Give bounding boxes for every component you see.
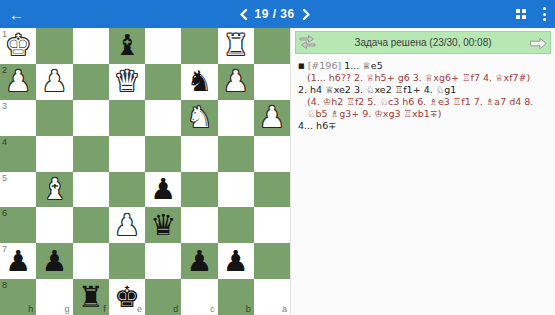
square-g4[interactable] bbox=[36, 136, 72, 172]
square-e3[interactable] bbox=[109, 100, 145, 136]
square-e1[interactable]: ♝ bbox=[109, 28, 145, 64]
white-bishop-g5: ♝ bbox=[36, 172, 72, 208]
move-text: 2. h4 ♕xe2 3. ♘xe2 ♖f1+ 4. ♘g1 bbox=[298, 84, 456, 95]
square-c7[interactable]: ♟ bbox=[181, 243, 217, 279]
square-c2[interactable]: ♞ bbox=[181, 64, 217, 100]
square-d1[interactable] bbox=[145, 28, 181, 64]
square-g3[interactable] bbox=[36, 100, 72, 136]
square-b5[interactable] bbox=[218, 172, 254, 208]
square-d6[interactable]: ♛ bbox=[145, 207, 181, 243]
square-b4[interactable] bbox=[218, 136, 254, 172]
move-notation-list: ■[#196]1... ♕e5(1... h6?? 2. ♕h5+ g6 3. … bbox=[291, 54, 555, 132]
top-app-bar: ← 19 / 36 bbox=[0, 0, 555, 28]
square-h8[interactable]: 8h bbox=[0, 279, 36, 315]
white-queen-e2: ♛ bbox=[109, 64, 145, 100]
square-a8[interactable]: a bbox=[254, 279, 290, 315]
black-pawn-b7: ♟ bbox=[218, 243, 254, 279]
square-g2[interactable]: ♟ bbox=[36, 64, 72, 100]
square-e6[interactable]: ♟ bbox=[109, 207, 145, 243]
square-a1[interactable] bbox=[254, 28, 290, 64]
square-d5[interactable]: ♟ bbox=[145, 172, 181, 208]
back-button[interactable]: ← bbox=[9, 0, 24, 28]
square-a6[interactable] bbox=[254, 207, 290, 243]
move-text: 4... h6∓ bbox=[298, 120, 336, 131]
square-f2[interactable] bbox=[73, 64, 109, 100]
square-a2[interactable] bbox=[254, 64, 290, 100]
chess-board: 1♚♝♜2♟♟♛♞♟3♞♟45♝♟6♟♛7♟♟♟♟8hgf♜e♚dcba bbox=[0, 28, 290, 315]
black-pawn-h7: ♟ bbox=[0, 243, 36, 279]
square-g7[interactable]: ♟ bbox=[36, 243, 72, 279]
square-b2[interactable]: ♟ bbox=[218, 64, 254, 100]
black-pawn-c7: ♟ bbox=[181, 243, 217, 279]
square-a5[interactable] bbox=[254, 172, 290, 208]
swap-sides-icon[interactable] bbox=[299, 35, 316, 54]
move-text: (4. ♔h2 ♖f2 5. ♘c3 h6 6. ♗e3 ♖f1 7. ♗a7 … bbox=[307, 96, 533, 119]
square-c1[interactable] bbox=[181, 28, 217, 64]
analysis-panel: Задача решена (23/30, 00:08) ■[#196]1...… bbox=[290, 28, 555, 315]
overflow-menu-icon[interactable] bbox=[540, 5, 549, 23]
puzzle-id-tag: [#196] bbox=[308, 60, 342, 71]
move-text: (1... h6?? 2. ♕h5+ g6 3. ♕xg6+ ♖f7 4. ♕x… bbox=[307, 72, 530, 83]
square-c6[interactable] bbox=[181, 207, 217, 243]
square-a7[interactable] bbox=[254, 243, 290, 279]
white-pawn-b2: ♟ bbox=[218, 64, 254, 100]
square-h1[interactable]: 1♚ bbox=[0, 28, 36, 64]
notation-line-1[interactable]: ■[#196]1... ♕e5 bbox=[298, 60, 549, 72]
square-e7[interactable] bbox=[109, 243, 145, 279]
file-label-a: a bbox=[282, 304, 287, 314]
square-h7[interactable]: 7♟ bbox=[0, 243, 36, 279]
file-label-d: d bbox=[173, 304, 178, 314]
square-c8[interactable]: c bbox=[181, 279, 217, 315]
white-pawn-e6: ♟ bbox=[109, 207, 145, 243]
move-text: 1... ♕e5 bbox=[344, 60, 383, 71]
square-h2[interactable]: 2♟ bbox=[0, 64, 36, 100]
next-task-arrow-icon[interactable] bbox=[529, 36, 547, 54]
chevron-left-icon bbox=[239, 9, 248, 20]
notation-line-3[interactable]: 2. h4 ♕xe2 3. ♘xe2 ♖f1+ 4. ♘g1 bbox=[298, 84, 549, 96]
black-pawn-g7: ♟ bbox=[36, 243, 72, 279]
square-b1[interactable]: ♜ bbox=[218, 28, 254, 64]
square-e8[interactable]: e♚ bbox=[109, 279, 145, 315]
square-b3[interactable] bbox=[218, 100, 254, 136]
rank-label-4: 4 bbox=[2, 137, 7, 147]
black-queen-d6: ♛ bbox=[145, 207, 181, 243]
file-label-c: c bbox=[210, 304, 215, 314]
square-f8[interactable]: f♜ bbox=[73, 279, 109, 315]
square-d2[interactable] bbox=[145, 64, 181, 100]
square-f6[interactable] bbox=[73, 207, 109, 243]
square-d7[interactable] bbox=[145, 243, 181, 279]
white-pawn-h2: ♟ bbox=[0, 64, 36, 100]
square-e5[interactable] bbox=[109, 172, 145, 208]
square-c3[interactable]: ♞ bbox=[181, 100, 217, 136]
square-b6[interactable] bbox=[218, 207, 254, 243]
square-c5[interactable] bbox=[181, 172, 217, 208]
black-knight-c2: ♞ bbox=[181, 64, 217, 100]
puzzle-list-grid-icon[interactable] bbox=[516, 9, 526, 19]
black-rook-f8: ♜ bbox=[73, 279, 109, 315]
square-e4[interactable] bbox=[109, 136, 145, 172]
puzzle-counter: 19 / 36 bbox=[255, 7, 295, 21]
status-bar: Задача решена (23/30, 00:08) bbox=[295, 31, 551, 54]
back-arrow-icon: ← bbox=[9, 6, 24, 23]
topbar-actions bbox=[516, 0, 549, 28]
square-g8[interactable]: g bbox=[36, 279, 72, 315]
square-g1[interactable] bbox=[36, 28, 72, 64]
square-b8[interactable]: b bbox=[218, 279, 254, 315]
square-h6[interactable]: 6 bbox=[0, 207, 36, 243]
rank-label-5: 5 bbox=[2, 173, 7, 183]
status-message: Задача решена (23/30, 00:08) bbox=[354, 37, 491, 48]
next-puzzle-button[interactable] bbox=[302, 9, 311, 20]
file-label-h: h bbox=[28, 304, 33, 314]
white-knight-c3: ♞ bbox=[181, 100, 217, 136]
previous-puzzle-button[interactable] bbox=[239, 9, 248, 20]
notation-line-4[interactable]: (4. ♔h2 ♖f2 5. ♘c3 h6 6. ♗e3 ♖f1 7. ♗a7 … bbox=[298, 96, 549, 120]
square-h3[interactable]: 3 bbox=[0, 100, 36, 136]
square-f4[interactable] bbox=[73, 136, 109, 172]
square-h4[interactable]: 4 bbox=[0, 136, 36, 172]
white-rook-b1: ♜ bbox=[218, 28, 254, 64]
white-pawn-a3: ♟ bbox=[254, 100, 290, 136]
square-a4[interactable] bbox=[254, 136, 290, 172]
black-bishop-e1: ♝ bbox=[109, 28, 145, 64]
square-g5[interactable]: ♝ bbox=[36, 172, 72, 208]
square-g6[interactable] bbox=[36, 207, 72, 243]
square-f3[interactable] bbox=[73, 100, 109, 136]
square-f5[interactable] bbox=[73, 172, 109, 208]
rank-label-8: 8 bbox=[2, 280, 7, 290]
square-a3[interactable]: ♟ bbox=[254, 100, 290, 136]
puzzle-pager: 19 / 36 bbox=[239, 0, 311, 28]
move-bullet: ■ bbox=[298, 62, 305, 70]
square-e2[interactable]: ♛ bbox=[109, 64, 145, 100]
square-f1[interactable] bbox=[73, 28, 109, 64]
white-king-h1: ♚ bbox=[0, 28, 36, 64]
square-d4[interactable] bbox=[145, 136, 181, 172]
square-h5[interactable]: 5 bbox=[0, 172, 36, 208]
square-f7[interactable] bbox=[73, 243, 109, 279]
chevron-right-icon bbox=[302, 9, 311, 20]
square-b7[interactable]: ♟ bbox=[218, 243, 254, 279]
black-pawn-d5: ♟ bbox=[145, 172, 181, 208]
file-label-g: g bbox=[64, 304, 69, 314]
file-label-b: b bbox=[246, 304, 251, 314]
notation-line-2[interactable]: (1... h6?? 2. ♕h5+ g6 3. ♕xg6+ ♖f7 4. ♕x… bbox=[298, 72, 549, 84]
black-king-e8: ♚ bbox=[109, 279, 145, 315]
rank-label-3: 3 bbox=[2, 101, 7, 111]
notation-line-5[interactable]: 4... h6∓ bbox=[298, 120, 549, 132]
square-d3[interactable] bbox=[145, 100, 181, 136]
rank-label-6: 6 bbox=[2, 208, 7, 218]
white-pawn-g2: ♟ bbox=[36, 64, 72, 100]
square-c4[interactable] bbox=[181, 136, 217, 172]
square-d8[interactable]: d bbox=[145, 279, 181, 315]
